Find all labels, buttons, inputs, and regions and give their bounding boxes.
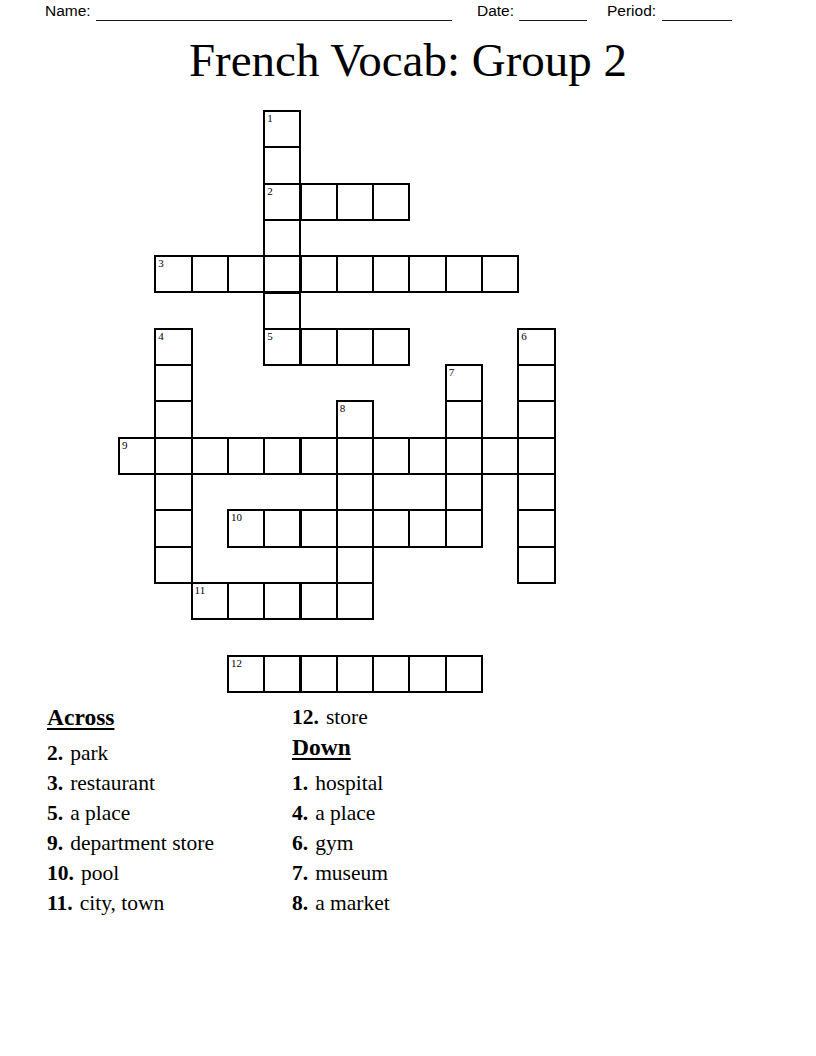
clue-down-6: 6.gym: [292, 828, 527, 858]
grid-cell-r6c7[interactable]: [372, 328, 410, 366]
grid-cell-r9c9[interactable]: [445, 437, 483, 475]
grid-cell-r15c5[interactable]: [300, 655, 338, 693]
grid-cell-r2c4[interactable]: 2: [263, 183, 301, 221]
clue-number-6: 6: [521, 330, 527, 343]
clue-across-2: 2.park: [47, 738, 229, 768]
grid-cell-r15c4[interactable]: [263, 655, 301, 693]
clue-down-1: 1.hospital: [292, 768, 527, 798]
grid-cell-r8c9[interactable]: [445, 400, 483, 438]
grid-cell-r9c1[interactable]: [154, 437, 192, 475]
clue-down-8: 8.a market: [292, 888, 527, 918]
grid-cell-r8c11[interactable]: [517, 400, 555, 438]
grid-cell-r5c4[interactable]: [263, 292, 301, 330]
grid-cell-r1c4[interactable]: [263, 146, 301, 184]
grid-cell-r13c6[interactable]: [336, 582, 374, 620]
clue-number-10: 10: [231, 511, 242, 524]
clue-number-11: 11: [195, 584, 206, 597]
grid-cell-r2c7[interactable]: [372, 183, 410, 221]
grid-cell-r9c10[interactable]: [481, 437, 519, 475]
clue-number-1: 1: [267, 112, 273, 125]
grid-cell-r6c1[interactable]: 4: [154, 328, 192, 366]
grid-cell-r12c1[interactable]: [154, 546, 192, 584]
grid-cell-r4c8[interactable]: [408, 255, 446, 293]
grid-cell-r15c6[interactable]: [336, 655, 374, 693]
grid-cell-r11c11[interactable]: [517, 509, 555, 547]
grid-cell-r10c1[interactable]: [154, 473, 192, 511]
clue-number-4: 4: [158, 330, 164, 343]
period-label: Period:: [607, 1, 656, 21]
grid-cell-r9c4[interactable]: [263, 437, 301, 475]
grid-cell-r13c4[interactable]: [263, 582, 301, 620]
grid-cell-r13c2[interactable]: 11: [191, 582, 229, 620]
clue-down-7: 7.museum: [292, 858, 527, 888]
grid-cell-r9c5[interactable]: [300, 437, 338, 475]
grid-cell-r13c5[interactable]: [300, 582, 338, 620]
grid-cell-r10c6[interactable]: [336, 473, 374, 511]
grid-cell-r4c4[interactable]: [263, 255, 301, 293]
clue-across-3: 3.restaurant: [47, 768, 229, 798]
grid-cell-r8c1[interactable]: [154, 400, 192, 438]
grid-cell-r7c11[interactable]: [517, 364, 555, 402]
grid-cell-r15c8[interactable]: [408, 655, 446, 693]
grid-cell-r11c9[interactable]: [445, 509, 483, 547]
grid-cell-r6c5[interactable]: [300, 328, 338, 366]
grid-cell-r11c1[interactable]: [154, 509, 192, 547]
grid-cell-r6c6[interactable]: [336, 328, 374, 366]
clue-number-9: 9: [122, 439, 128, 452]
grid-cell-r10c11[interactable]: [517, 473, 555, 511]
grid-cell-r9c3[interactable]: [227, 437, 265, 475]
grid-cell-r7c9[interactable]: 7: [445, 364, 483, 402]
grid-cell-r4c7[interactable]: [372, 255, 410, 293]
grid-cell-r6c4[interactable]: 5: [263, 328, 301, 366]
grid-cell-r9c2[interactable]: [191, 437, 229, 475]
grid-cell-r6c11[interactable]: 6: [517, 328, 555, 366]
grid-cell-r11c3[interactable]: 10: [227, 509, 265, 547]
clue-down-4: 4.a place: [292, 798, 527, 828]
clue-across-12: 12.store: [292, 702, 527, 732]
clue-number-2: 2: [267, 185, 273, 198]
grid-cell-r8c6[interactable]: 8: [336, 400, 374, 438]
grid-cell-r3c4[interactable]: [263, 219, 301, 257]
grid-cell-r11c7[interactable]: [372, 509, 410, 547]
grid-cell-r9c0[interactable]: 9: [118, 437, 156, 475]
across-header: Across: [47, 702, 229, 732]
grid-cell-r4c2[interactable]: [191, 255, 229, 293]
grid-cell-r12c11[interactable]: [517, 546, 555, 584]
worksheet-page: Name: Date: Period: French Vocab: Group …: [0, 0, 816, 1056]
grid-cell-r2c6[interactable]: [336, 183, 374, 221]
date-label: Date:: [477, 1, 514, 21]
name-field-blank[interactable]: [96, 4, 452, 21]
grid-cell-r11c6[interactable]: [336, 509, 374, 547]
down-header: Down: [292, 732, 527, 762]
grid-cell-r9c8[interactable]: [408, 437, 446, 475]
grid-cell-r15c7[interactable]: [372, 655, 410, 693]
grid-cell-r11c5[interactable]: [300, 509, 338, 547]
period-field-blank[interactable]: [662, 4, 732, 21]
grid-cell-r9c11[interactable]: [517, 437, 555, 475]
clue-number-3: 3: [158, 257, 164, 270]
down-clues-column: 12.store Down 1.hospital 4.a place 6.gym…: [292, 702, 527, 918]
grid-cell-r11c4[interactable]: [263, 509, 301, 547]
clue-number-8: 8: [340, 402, 346, 415]
grid-cell-r4c10[interactable]: [481, 255, 519, 293]
grid-cell-r10c9[interactable]: [445, 473, 483, 511]
clue-across-9: 9.department store: [47, 828, 229, 858]
across-clues-column: Across 2.park 3.restaurant 5.a place 9.d…: [47, 702, 229, 918]
clue-across-5: 5.a place: [47, 798, 229, 828]
grid-cell-r13c3[interactable]: [227, 582, 265, 620]
grid-cell-r4c1[interactable]: 3: [154, 255, 192, 293]
grid-cell-r4c6[interactable]: [336, 255, 374, 293]
grid-cell-r0c4[interactable]: 1: [263, 110, 301, 148]
grid-cell-r4c9[interactable]: [445, 255, 483, 293]
grid-cell-r15c9[interactable]: [445, 655, 483, 693]
clue-across-11: 11.city, town: [47, 888, 229, 918]
grid-cell-r9c7[interactable]: [372, 437, 410, 475]
clue-number-7: 7: [449, 366, 455, 379]
clue-across-10: 10.pool: [47, 858, 229, 888]
grid-cell-r4c5[interactable]: [300, 255, 338, 293]
grid-cell-r2c5[interactable]: [300, 183, 338, 221]
page-title: French Vocab: Group 2: [0, 33, 816, 87]
date-field-blank[interactable]: [519, 4, 587, 21]
grid-cell-r11c8[interactable]: [408, 509, 446, 547]
name-label: Name:: [45, 1, 91, 21]
clue-number-12: 12: [231, 657, 242, 670]
grid-cell-r7c1[interactable]: [154, 364, 192, 402]
grid-cell-r15c3[interactable]: 12: [227, 655, 265, 693]
grid-cell-r4c3[interactable]: [227, 255, 265, 293]
grid-cell-r9c6[interactable]: [336, 437, 374, 475]
grid-cell-r12c6[interactable]: [336, 546, 374, 584]
clue-number-5: 5: [267, 330, 273, 343]
